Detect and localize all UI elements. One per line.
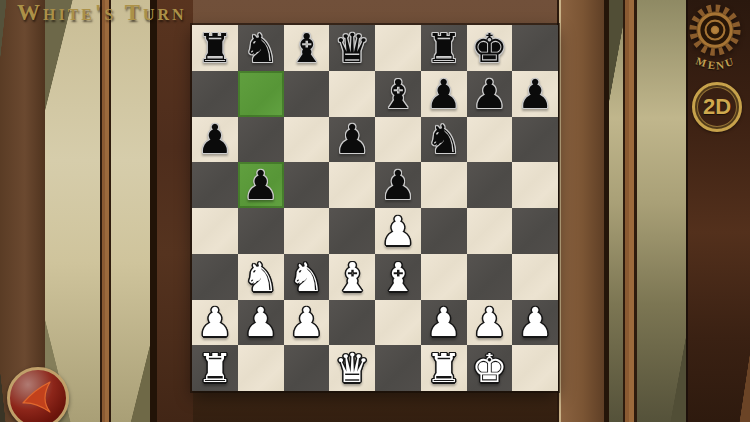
menu-button[interactable]: MENU xyxy=(684,4,746,78)
piece-white-pawn: ♟ xyxy=(426,302,462,342)
square-b6[interactable] xyxy=(238,117,284,163)
square-a2[interactable]: ♟ xyxy=(192,300,238,346)
right-marquetry-panel xyxy=(609,0,686,422)
square-e2[interactable] xyxy=(375,300,421,346)
piece-white-knight: ♞ xyxy=(243,257,279,297)
square-g4[interactable] xyxy=(467,208,513,254)
chess-board: ♜♞♝♛♜♚♝♟♟♟♟♟♞♟♟♟♞♞♝♝♟♟♟♟♟♟♜♛♜♚ xyxy=(192,25,558,391)
square-h3[interactable] xyxy=(512,254,558,300)
square-e3[interactable]: ♝ xyxy=(375,254,421,300)
square-d8[interactable]: ♛ xyxy=(329,25,375,71)
left-marquetry-panel xyxy=(45,0,150,422)
square-f8[interactable]: ♜ xyxy=(421,25,467,71)
app-window: White's Turn MENU 2D ♜♞♝♛♜♚♝♟♟♟♟♟♞♟♟♟♞♞♝… xyxy=(0,0,750,422)
piece-black-king: ♚ xyxy=(471,28,507,68)
square-f2[interactable]: ♟ xyxy=(421,300,467,346)
square-g6[interactable] xyxy=(467,117,513,163)
square-b2[interactable]: ♟ xyxy=(238,300,284,346)
square-d6[interactable]: ♟ xyxy=(329,117,375,163)
piece-white-pawn: ♟ xyxy=(517,302,553,342)
square-g5[interactable] xyxy=(467,162,513,208)
square-a7[interactable] xyxy=(192,71,238,117)
square-c7[interactable] xyxy=(284,71,330,117)
piece-black-pawn: ♟ xyxy=(243,165,279,205)
piece-black-bishop: ♝ xyxy=(380,74,416,114)
back-arrow-icon xyxy=(14,374,62,422)
square-h7[interactable]: ♟ xyxy=(512,71,558,117)
undo-button[interactable] xyxy=(7,367,69,422)
piece-black-queen: ♛ xyxy=(334,28,370,68)
piece-black-bishop: ♝ xyxy=(288,28,324,68)
square-a6[interactable]: ♟ xyxy=(192,117,238,163)
piece-white-rook: ♜ xyxy=(197,348,233,388)
piece-black-pawn: ♟ xyxy=(197,119,233,159)
square-c2[interactable]: ♟ xyxy=(284,300,330,346)
square-d2[interactable] xyxy=(329,300,375,346)
piece-white-pawn: ♟ xyxy=(197,302,233,342)
piece-black-pawn: ♟ xyxy=(380,165,416,205)
piece-white-pawn: ♟ xyxy=(288,302,324,342)
piece-white-bishop: ♝ xyxy=(334,257,370,297)
piece-black-pawn: ♟ xyxy=(471,74,507,114)
square-e4[interactable]: ♟ xyxy=(375,208,421,254)
square-h2[interactable]: ♟ xyxy=(512,300,558,346)
piece-white-pawn: ♟ xyxy=(243,302,279,342)
piece-black-rook: ♜ xyxy=(197,28,233,68)
piece-black-knight: ♞ xyxy=(426,119,462,159)
piece-black-rook: ♜ xyxy=(426,28,462,68)
piece-black-pawn: ♟ xyxy=(334,119,370,159)
square-g7[interactable]: ♟ xyxy=(467,71,513,117)
square-g2[interactable]: ♟ xyxy=(467,300,513,346)
square-d4[interactable] xyxy=(329,208,375,254)
square-d5[interactable] xyxy=(329,162,375,208)
2d-label: 2D xyxy=(703,94,731,120)
square-e8[interactable] xyxy=(375,25,421,71)
square-a4[interactable] xyxy=(192,208,238,254)
piece-black-knight: ♞ xyxy=(243,28,279,68)
piece-black-pawn: ♟ xyxy=(426,74,462,114)
square-e7[interactable]: ♝ xyxy=(375,71,421,117)
square-e5[interactable]: ♟ xyxy=(375,162,421,208)
square-c1[interactable] xyxy=(284,345,330,391)
square-g8[interactable]: ♚ xyxy=(467,25,513,71)
piece-white-pawn: ♟ xyxy=(471,302,507,342)
square-f7[interactable]: ♟ xyxy=(421,71,467,117)
square-a3[interactable] xyxy=(192,254,238,300)
left-burl-strip xyxy=(157,0,193,422)
square-d1[interactable]: ♛ xyxy=(329,345,375,391)
square-f4[interactable] xyxy=(421,208,467,254)
square-c3[interactable]: ♞ xyxy=(284,254,330,300)
square-h8[interactable] xyxy=(512,25,558,71)
square-b5[interactable]: ♟ xyxy=(238,162,284,208)
square-a1[interactable]: ♜ xyxy=(192,345,238,391)
piece-white-pawn: ♟ xyxy=(380,211,416,251)
square-b4[interactable] xyxy=(238,208,284,254)
square-b3[interactable]: ♞ xyxy=(238,254,284,300)
square-b7[interactable] xyxy=(238,71,284,117)
square-b8[interactable]: ♞ xyxy=(238,25,284,71)
square-h6[interactable] xyxy=(512,117,558,163)
square-c5[interactable] xyxy=(284,162,330,208)
square-h5[interactable] xyxy=(512,162,558,208)
square-d7[interactable] xyxy=(329,71,375,117)
square-h4[interactable] xyxy=(512,208,558,254)
piece-black-pawn: ♟ xyxy=(517,74,553,114)
square-a8[interactable]: ♜ xyxy=(192,25,238,71)
piece-white-king: ♚ xyxy=(471,348,507,388)
square-b1[interactable] xyxy=(238,345,284,391)
square-f6[interactable]: ♞ xyxy=(421,117,467,163)
square-g1[interactable]: ♚ xyxy=(467,345,513,391)
2d-toggle-button[interactable]: 2D xyxy=(692,82,742,132)
square-f5[interactable] xyxy=(421,162,467,208)
turn-indicator: White's Turn xyxy=(17,0,187,26)
square-e1[interactable] xyxy=(375,345,421,391)
square-c4[interactable] xyxy=(284,208,330,254)
piece-white-rook: ♜ xyxy=(426,348,462,388)
left-dark-edge xyxy=(150,0,157,422)
square-c6[interactable] xyxy=(284,117,330,163)
piece-white-queen: ♛ xyxy=(334,348,370,388)
square-f1[interactable]: ♜ xyxy=(421,345,467,391)
square-d3[interactable]: ♝ xyxy=(329,254,375,300)
square-f3[interactable] xyxy=(421,254,467,300)
right-burl-strip xyxy=(557,0,604,422)
gear-icon xyxy=(687,4,743,58)
square-h1[interactable] xyxy=(512,345,558,391)
square-a5[interactable] xyxy=(192,162,238,208)
square-e6[interactable] xyxy=(375,117,421,163)
square-c8[interactable]: ♝ xyxy=(284,25,330,71)
square-g3[interactable] xyxy=(467,254,513,300)
left-outer-wood-panel xyxy=(0,0,45,422)
piece-white-bishop: ♝ xyxy=(380,257,416,297)
piece-white-knight: ♞ xyxy=(288,257,324,297)
